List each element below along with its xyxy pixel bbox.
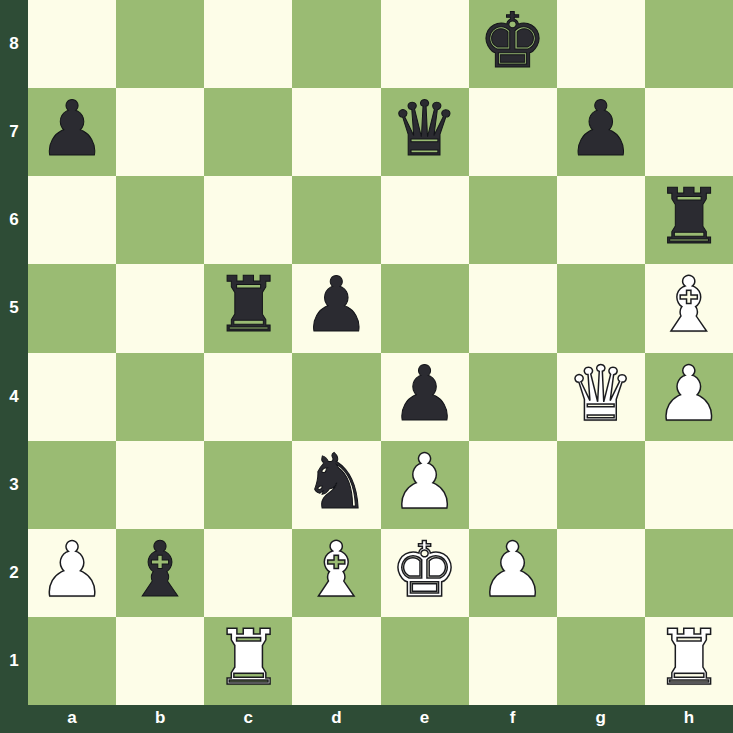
square-g3[interactable] <box>557 441 645 529</box>
rank-label-7: 7 <box>0 88 28 176</box>
square-g6[interactable] <box>557 176 645 264</box>
black-pawn[interactable]: ♟ <box>567 91 635 167</box>
square-d8[interactable] <box>292 0 380 88</box>
square-c1[interactable]: ♜ <box>204 617 292 705</box>
rank-label-4: 4 <box>0 353 28 441</box>
square-h1[interactable]: ♜ <box>645 617 733 705</box>
black-pawn[interactable]: ♟ <box>38 91 106 167</box>
square-a8[interactable] <box>28 0 116 88</box>
rank-label-2: 2 <box>0 529 28 617</box>
file-label-g: g <box>557 705 645 733</box>
file-label-b: b <box>116 705 204 733</box>
square-g1[interactable] <box>557 617 645 705</box>
square-e8[interactable] <box>381 0 469 88</box>
square-h5[interactable]: ♝ <box>645 264 733 352</box>
square-g8[interactable] <box>557 0 645 88</box>
square-e7[interactable]: ♛ <box>381 88 469 176</box>
square-d4[interactable] <box>292 353 380 441</box>
rank-label-5: 5 <box>0 264 28 352</box>
black-rook[interactable]: ♜ <box>655 179 723 255</box>
square-e5[interactable] <box>381 264 469 352</box>
square-a5[interactable] <box>28 264 116 352</box>
white-king[interactable]: ♚ <box>390 532 458 608</box>
square-c7[interactable] <box>204 88 292 176</box>
square-f5[interactable] <box>469 264 557 352</box>
square-b8[interactable] <box>116 0 204 88</box>
square-h3[interactable] <box>645 441 733 529</box>
square-a6[interactable] <box>28 176 116 264</box>
square-b2[interactable]: ♝ <box>116 529 204 617</box>
square-d1[interactable] <box>292 617 380 705</box>
square-b3[interactable] <box>116 441 204 529</box>
square-f2[interactable]: ♟ <box>469 529 557 617</box>
square-d5[interactable]: ♟ <box>292 264 380 352</box>
file-labels: a b c d e f g h <box>28 705 733 733</box>
square-a2[interactable]: ♟ <box>28 529 116 617</box>
square-b4[interactable] <box>116 353 204 441</box>
square-a1[interactable] <box>28 617 116 705</box>
square-d7[interactable] <box>292 88 380 176</box>
square-g7[interactable]: ♟ <box>557 88 645 176</box>
white-pawn[interactable]: ♟ <box>655 356 723 432</box>
square-f8[interactable]: ♚ <box>469 0 557 88</box>
square-a3[interactable] <box>28 441 116 529</box>
square-c3[interactable] <box>204 441 292 529</box>
square-g4[interactable]: ♛ <box>557 353 645 441</box>
white-pawn[interactable]: ♟ <box>38 532 106 608</box>
square-b1[interactable] <box>116 617 204 705</box>
black-queen[interactable]: ♛ <box>390 91 458 167</box>
white-queen[interactable]: ♛ <box>567 356 635 432</box>
file-label-a: a <box>28 705 116 733</box>
square-g2[interactable] <box>557 529 645 617</box>
rank-label-6: 6 <box>0 176 28 264</box>
white-rook[interactable]: ♜ <box>655 620 723 696</box>
square-h8[interactable] <box>645 0 733 88</box>
white-bishop[interactable]: ♝ <box>655 267 723 343</box>
black-king[interactable]: ♚ <box>479 3 547 79</box>
black-knight[interactable]: ♞ <box>302 444 370 520</box>
square-c4[interactable] <box>204 353 292 441</box>
black-pawn[interactable]: ♟ <box>390 356 458 432</box>
square-h7[interactable] <box>645 88 733 176</box>
square-a7[interactable]: ♟ <box>28 88 116 176</box>
rank-labels: 8 7 6 5 4 3 2 1 <box>0 0 28 705</box>
rank-label-3: 3 <box>0 441 28 529</box>
square-b5[interactable] <box>116 264 204 352</box>
square-e6[interactable] <box>381 176 469 264</box>
file-label-d: d <box>292 705 380 733</box>
chess-board-widget: 8 7 6 5 4 3 2 1 ♚♟♛♟♜♜♟♝♟♛♟♞♟♟♝♝♚♟♜♜ a b… <box>0 0 733 733</box>
square-h2[interactable] <box>645 529 733 617</box>
rank-label-1: 1 <box>0 617 28 705</box>
square-h6[interactable]: ♜ <box>645 176 733 264</box>
square-e3[interactable]: ♟ <box>381 441 469 529</box>
square-f4[interactable] <box>469 353 557 441</box>
square-f6[interactable] <box>469 176 557 264</box>
square-c6[interactable] <box>204 176 292 264</box>
white-pawn[interactable]: ♟ <box>479 532 547 608</box>
square-d6[interactable] <box>292 176 380 264</box>
black-rook[interactable]: ♜ <box>214 267 282 343</box>
square-h4[interactable]: ♟ <box>645 353 733 441</box>
square-d3[interactable]: ♞ <box>292 441 380 529</box>
square-f1[interactable] <box>469 617 557 705</box>
file-label-e: e <box>381 705 469 733</box>
file-label-f: f <box>469 705 557 733</box>
square-e1[interactable] <box>381 617 469 705</box>
square-b6[interactable] <box>116 176 204 264</box>
square-d2[interactable]: ♝ <box>292 529 380 617</box>
square-b7[interactable] <box>116 88 204 176</box>
rank-label-8: 8 <box>0 0 28 88</box>
black-pawn[interactable]: ♟ <box>302 267 370 343</box>
file-label-c: c <box>204 705 292 733</box>
black-bishop[interactable]: ♝ <box>126 532 194 608</box>
square-c8[interactable] <box>204 0 292 88</box>
white-rook[interactable]: ♜ <box>214 620 282 696</box>
white-pawn[interactable]: ♟ <box>390 444 458 520</box>
square-f3[interactable] <box>469 441 557 529</box>
square-f7[interactable] <box>469 88 557 176</box>
square-g5[interactable] <box>557 264 645 352</box>
white-bishop[interactable]: ♝ <box>302 532 370 608</box>
file-label-h: h <box>645 705 733 733</box>
square-c5[interactable]: ♜ <box>204 264 292 352</box>
square-e2[interactable]: ♚ <box>381 529 469 617</box>
square-a4[interactable] <box>28 353 116 441</box>
board: ♚♟♛♟♜♜♟♝♟♛♟♞♟♟♝♝♚♟♜♜ <box>28 0 733 705</box>
square-e4[interactable]: ♟ <box>381 353 469 441</box>
square-c2[interactable] <box>204 529 292 617</box>
